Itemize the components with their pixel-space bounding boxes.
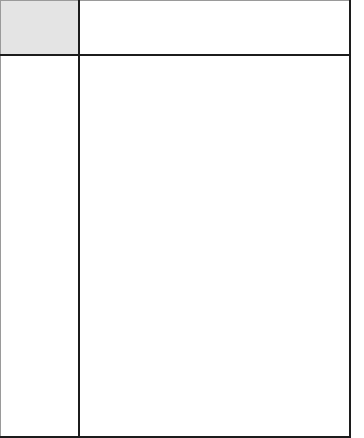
puzzle-grid	[80, 56, 350, 437]
frame-clue-grid-vertical	[78, 0, 80, 437]
side-watermark-text	[351, 297, 364, 437]
row-clues-panel	[0, 56, 80, 437]
nonogram-board	[0, 0, 364, 438]
frame-left	[0, 0, 1, 437]
corner-watermark-text	[0, 0, 80, 56]
frame-top	[0, 0, 351, 1]
frame-clue-grid-horizontal	[0, 54, 350, 56]
corner-watermark	[0, 0, 80, 56]
column-clues-panel	[80, 0, 350, 56]
